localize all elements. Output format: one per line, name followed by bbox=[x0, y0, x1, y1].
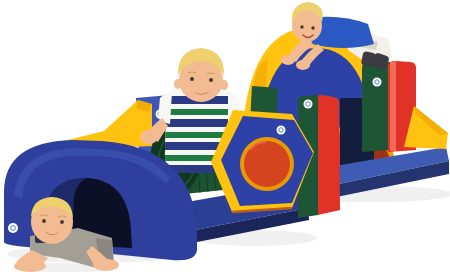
eye bbox=[311, 26, 314, 29]
ear bbox=[174, 79, 182, 89]
eye bbox=[209, 78, 213, 82]
eye bbox=[300, 25, 303, 28]
photo-stage bbox=[0, 0, 450, 272]
brand-badge bbox=[8, 223, 18, 233]
hand-right bbox=[93, 259, 119, 271]
hand-right bbox=[296, 60, 310, 70]
hand-left bbox=[14, 260, 46, 272]
brand-badge bbox=[277, 126, 286, 135]
hand-left bbox=[140, 130, 158, 144]
eye bbox=[60, 220, 64, 224]
eye bbox=[190, 77, 194, 81]
green-face bbox=[362, 62, 390, 152]
eye bbox=[42, 219, 46, 223]
red-face bbox=[318, 95, 340, 215]
soft-play-scene bbox=[0, 0, 450, 272]
red-edge-highlight bbox=[390, 61, 396, 151]
brand-badge bbox=[304, 100, 313, 109]
ear bbox=[220, 80, 228, 90]
hand-left bbox=[281, 55, 295, 65]
brand-badge bbox=[373, 78, 382, 87]
